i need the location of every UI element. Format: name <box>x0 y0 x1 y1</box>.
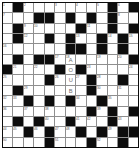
cell-r9-c8[interactable] <box>76 86 85 95</box>
cell-r2-c6[interactable] <box>55 13 64 22</box>
cell-r6-c1[interactable] <box>3 55 12 64</box>
cell-r13-c12-black <box>118 127 127 136</box>
cell-r2-c1[interactable]: 7 <box>3 13 12 22</box>
cell-r9-c9-black <box>87 86 96 95</box>
cell-r7-c5[interactable] <box>45 65 54 74</box>
clue-number: 37 <box>24 107 27 110</box>
cell-r9-c7[interactable]: B <box>66 86 75 95</box>
cell-r12-c13[interactable] <box>129 117 138 126</box>
cell-r6-c13-black <box>129 55 138 64</box>
cell-r6-c6[interactable]: 17 <box>55 55 64 64</box>
clue-number: 9 <box>24 24 26 27</box>
clue-number: 43 <box>118 117 121 120</box>
cell-r9-c3[interactable]: 29 <box>24 86 33 95</box>
cell-r12-c3[interactable] <box>24 117 33 126</box>
cell-r4-c11[interactable]: 14 <box>108 34 117 43</box>
cell-r7-c7[interactable]: O <box>66 65 75 74</box>
cell-r14-c11[interactable] <box>108 138 117 147</box>
cell-r6-c12[interactable]: 20 <box>118 55 127 64</box>
cell-r9-c13[interactable] <box>129 86 138 95</box>
cell-r14-c4[interactable] <box>34 138 43 147</box>
cell-r13-c3-black <box>24 127 33 136</box>
cell-r1-c10[interactable]: 5 <box>97 3 106 12</box>
cell-r13-c2[interactable]: 45 <box>13 127 22 136</box>
cell-r5-c5[interactable] <box>45 44 54 53</box>
cell-r1-c5[interactable] <box>45 3 54 12</box>
cell-r3-c5[interactable] <box>45 24 54 33</box>
cell-r8-c13[interactable] <box>129 75 138 84</box>
cell-r7-c13[interactable]: 24 <box>129 65 138 74</box>
cell-r9-c6[interactable] <box>55 86 64 95</box>
prefilled-letter: O <box>66 65 75 74</box>
cell-r2-c8[interactable] <box>76 13 85 22</box>
clue-number: 12 <box>24 34 27 37</box>
cell-r4-c13[interactable]: 15 <box>129 34 138 43</box>
clue-number: 24 <box>129 65 132 68</box>
prefilled-letter: U <box>66 76 75 85</box>
clue-number: 23 <box>87 65 90 68</box>
cell-r6-c8[interactable] <box>76 55 85 64</box>
cell-r5-c8-black <box>76 44 85 53</box>
clue-number: 5 <box>97 3 99 6</box>
cell-r4-c7-black <box>66 34 75 43</box>
cell-r13-c7[interactable]: 48 <box>66 127 75 136</box>
cell-r13-c1[interactable]: 44 <box>3 127 12 136</box>
clue-number: 28 <box>97 75 100 78</box>
cell-r12-c10[interactable] <box>97 117 106 126</box>
cell-r10-c8[interactable]: 34 <box>76 96 85 105</box>
cell-r1-c2-black <box>13 3 22 12</box>
cell-r10-c1[interactable]: 32 <box>3 96 12 105</box>
cell-r3-c10[interactable] <box>97 24 106 33</box>
clue-number: 48 <box>66 127 69 130</box>
cell-r5-c3[interactable] <box>24 44 33 53</box>
clue-number: 50 <box>3 138 6 141</box>
cell-r4-c9[interactable] <box>87 34 96 43</box>
clue-number: 13 <box>76 34 79 37</box>
cell-r11-c2[interactable] <box>13 107 22 116</box>
cell-r9-c11[interactable] <box>108 86 117 95</box>
cell-r13-c6[interactable]: 47 <box>55 127 64 136</box>
cell-r7-c12[interactable] <box>118 65 127 74</box>
cell-r5-c11[interactable] <box>108 44 117 53</box>
cell-r12-c5[interactable]: 40 <box>45 117 54 126</box>
clue-number: 49 <box>108 127 111 130</box>
cell-r10-c9[interactable] <box>87 96 96 105</box>
clue-number: 2 <box>24 3 26 6</box>
cell-r1-c3[interactable]: 2 <box>24 3 33 12</box>
clue-number: 52 <box>97 138 100 141</box>
cell-r11-c5[interactable]: 38 <box>45 107 54 116</box>
cell-r10-c7-black <box>66 96 75 105</box>
cell-r3-c1[interactable] <box>3 24 12 33</box>
cell-r4-c10-black <box>97 34 106 43</box>
cell-r10-c5-black <box>45 96 54 105</box>
clue-number: 15 <box>129 34 132 37</box>
clue-number: 31 <box>118 86 121 89</box>
clue-number: 26 <box>55 75 58 78</box>
cell-r10-c12[interactable] <box>118 96 127 105</box>
clue-number: 39 <box>97 107 100 110</box>
clue-number: 38 <box>45 107 48 110</box>
cell-r11-c3[interactable]: 37 <box>24 107 33 116</box>
cell-r1-c4[interactable] <box>34 3 43 12</box>
clue-number: 46 <box>34 127 37 130</box>
clue-number: 36 <box>3 107 6 110</box>
cell-r4-c12-black <box>118 34 127 43</box>
cell-r11-c1[interactable]: 36 <box>3 107 12 116</box>
cell-r14-c2[interactable] <box>13 138 22 147</box>
cell-r6-c5-black <box>45 55 54 64</box>
cell-r8-c6[interactable]: 26 <box>55 75 64 84</box>
cell-r7-c1-black <box>3 65 12 74</box>
cell-r4-c5-black <box>45 34 54 43</box>
cell-r1-c12[interactable]: 6 <box>118 3 127 12</box>
cell-r7-c3[interactable] <box>24 65 33 74</box>
cell-r7-c6-black <box>55 65 64 74</box>
cell-r11-c13-black <box>129 107 138 116</box>
cell-r7-c8-black <box>76 65 85 74</box>
cell-r3-c11-black <box>108 24 117 33</box>
cell-r12-c2-black <box>13 117 22 126</box>
cell-r5-c13[interactable] <box>129 44 138 53</box>
cell-r11-c4[interactable] <box>34 107 43 116</box>
cell-r8-c7[interactable]: U <box>66 75 75 84</box>
cell-r2-c11-black <box>108 13 117 22</box>
cell-r11-c12[interactable] <box>118 107 127 116</box>
cell-r8-c10[interactable]: 28 <box>97 75 106 84</box>
clue-number: 34 <box>76 96 79 99</box>
cell-r3-c13-black <box>129 24 138 33</box>
cell-r11-c6[interactable] <box>55 107 64 116</box>
cell-r9-c10[interactable]: 30 <box>97 86 106 95</box>
cell-r6-c4-black <box>34 55 43 64</box>
clue-number: 27 <box>76 75 79 78</box>
cell-r5-c4[interactable] <box>34 44 43 53</box>
cell-r6-c2-black <box>13 55 22 64</box>
cell-r3-c7[interactable] <box>66 24 75 33</box>
clue-number: 47 <box>55 127 58 130</box>
cell-r3-c9[interactable]: 11 <box>87 24 96 33</box>
cell-r2-c3[interactable] <box>24 13 33 22</box>
cell-r12-c9[interactable]: 42 <box>87 117 96 126</box>
cell-r2-c10[interactable] <box>97 13 106 22</box>
clue-number: 44 <box>3 127 6 130</box>
cell-r5-c10-black <box>97 44 106 53</box>
cell-r9-c1[interactable] <box>3 86 12 95</box>
cell-r14-c8[interactable] <box>76 138 85 147</box>
clue-number: 4 <box>76 3 78 6</box>
cell-r11-c7[interactable] <box>66 107 75 116</box>
clue-number: 21 <box>13 65 16 68</box>
cell-r4-c3[interactable]: 12 <box>24 34 33 43</box>
clue-number: 40 <box>45 117 48 120</box>
cell-r3-c6[interactable] <box>55 24 64 33</box>
cell-r9-c5[interactable] <box>45 86 54 95</box>
clue-number: 32 <box>3 96 6 99</box>
cell-r8-c12-black <box>118 75 127 84</box>
cell-r5-c12-black <box>118 44 127 53</box>
cell-r7-c4[interactable]: 22 <box>34 65 43 74</box>
cell-r14-c3[interactable] <box>24 138 33 147</box>
cell-r2-c12[interactable]: 8 <box>118 13 127 22</box>
cell-r6-c10[interactable]: 19 <box>97 55 106 64</box>
cell-r9-c4[interactable] <box>34 86 43 95</box>
cell-r14-c5-black <box>45 138 54 147</box>
cell-r10-c2[interactable]: 33 <box>13 96 22 105</box>
cell-r14-c9-black <box>87 138 96 147</box>
clue-number: 1 <box>3 3 5 6</box>
crossword-page: 123456789101112131415161718A19202122O232… <box>0 0 140 148</box>
cell-r12-c6[interactable] <box>55 117 64 126</box>
cell-r8-c11[interactable] <box>108 75 117 84</box>
cell-r3-c12[interactable] <box>118 24 127 33</box>
clue-number: 17 <box>55 55 58 58</box>
cell-r9-c12[interactable]: 31 <box>118 86 127 95</box>
cell-r2-c9-black <box>87 13 96 22</box>
cell-r9-c2-black <box>13 86 22 95</box>
cell-r12-c8[interactable]: 41 <box>76 117 85 126</box>
clue-number: 7 <box>3 13 5 16</box>
cell-r2-c13[interactable] <box>129 13 138 22</box>
cell-r3-c2-black <box>13 24 22 33</box>
clue-number: 10 <box>34 24 37 27</box>
cell-r5-c6[interactable] <box>55 44 64 53</box>
cell-r11-c9-black <box>87 107 96 116</box>
cell-r1-c6[interactable]: 3 <box>55 3 64 12</box>
clue-number: 14 <box>108 34 111 37</box>
cell-r8-c2[interactable] <box>13 75 22 84</box>
cell-r13-c13-black <box>129 127 138 136</box>
cell-r2-c7-black <box>66 13 75 22</box>
cell-r10-c4[interactable] <box>34 96 43 105</box>
clue-number: 16 <box>3 44 6 47</box>
cell-r12-c4-black <box>34 117 43 126</box>
cell-r4-c6[interactable] <box>55 34 64 43</box>
clue-number: 20 <box>118 55 121 58</box>
cell-r1-c13-black <box>129 3 138 12</box>
cell-r10-c3-black <box>24 96 33 105</box>
cell-r14-c1[interactable]: 50 <box>3 138 12 147</box>
cell-r7-c2[interactable]: 21 <box>13 65 22 74</box>
cell-r12-c11-black <box>108 117 117 126</box>
cell-r6-c11[interactable] <box>108 55 117 64</box>
cell-r13-c9[interactable] <box>87 127 96 136</box>
cell-r8-c3[interactable] <box>24 75 33 84</box>
cell-r2-c5-black <box>45 13 54 22</box>
cell-r8-c5-black <box>45 75 54 84</box>
clue-number: 25 <box>3 75 6 78</box>
clue-number: 29 <box>24 86 27 89</box>
cell-r3-c8-black <box>76 24 85 33</box>
cell-r10-c10-black <box>97 96 106 105</box>
prefilled-letter: B <box>66 86 75 95</box>
cell-r10-c6[interactable] <box>55 96 64 105</box>
cell-r4-c4[interactable] <box>34 34 43 43</box>
cell-r1-c1[interactable]: 1 <box>3 3 12 12</box>
cell-r8-c1[interactable]: 25 <box>3 75 12 84</box>
cell-r11-c10[interactable]: 39 <box>97 107 106 116</box>
cell-r3-c3[interactable]: 9 <box>24 24 33 33</box>
cell-r7-c10[interactable] <box>97 65 106 74</box>
cell-r12-c1[interactable] <box>3 117 12 126</box>
cell-r14-c7[interactable] <box>66 138 75 147</box>
cell-r1-c8[interactable]: 4 <box>76 3 85 12</box>
cell-r1-c9[interactable] <box>87 3 96 12</box>
clue-number: 51 <box>55 138 58 141</box>
crossword-grid: 123456789101112131415161718A19202122O232… <box>2 2 139 148</box>
cell-r13-c4[interactable]: 46 <box>34 127 43 136</box>
cell-r12-c7-black <box>66 117 75 126</box>
cell-r5-c9[interactable] <box>87 44 96 53</box>
cell-r6-c9[interactable] <box>87 55 96 64</box>
cell-r13-c8-black <box>76 127 85 136</box>
cell-r13-c11[interactable]: 49 <box>108 127 117 136</box>
cell-r3-c4[interactable]: 10 <box>34 24 43 33</box>
clue-number: 35 <box>108 96 111 99</box>
cell-r5-c1[interactable]: 16 <box>3 44 12 53</box>
cell-r4-c1[interactable] <box>3 34 12 43</box>
cell-r6-c7[interactable]: 18A <box>66 55 75 64</box>
cell-r5-c2[interactable] <box>13 44 22 53</box>
clue-number: 45 <box>13 127 16 130</box>
cell-r12-c12[interactable]: 43 <box>118 117 127 126</box>
cell-r7-c11[interactable] <box>108 65 117 74</box>
cell-r1-c11-black <box>108 3 117 12</box>
clue-number: 19 <box>97 55 100 58</box>
cell-r14-c10[interactable]: 52 <box>97 138 106 147</box>
clue-number: 22 <box>34 65 37 68</box>
cell-r13-c5-black <box>45 127 54 136</box>
cell-r8-c8[interactable]: 27 <box>76 75 85 84</box>
clue-number: 33 <box>13 96 16 99</box>
prefilled-letter: A <box>66 55 75 64</box>
clue-number: 3 <box>55 3 57 6</box>
clue-number: 41 <box>76 117 79 120</box>
cell-r1-c7[interactable] <box>66 3 75 12</box>
cell-r14-c6[interactable]: 51 <box>55 138 64 147</box>
cell-r2-c2[interactable] <box>13 13 22 22</box>
cell-r5-c7-black <box>66 44 75 53</box>
cell-r13-c10-black <box>97 127 106 136</box>
clue-number: 11 <box>87 24 90 27</box>
cell-r7-c9[interactable]: 23 <box>87 65 96 74</box>
clue-number: 8 <box>118 13 120 16</box>
cell-r11-c11-black <box>108 107 117 116</box>
clue-number: 42 <box>87 117 90 120</box>
clue-number: 30 <box>97 86 100 89</box>
cell-r2-c4-black <box>34 13 43 22</box>
cell-r10-c11[interactable]: 35 <box>108 96 117 105</box>
cell-r14-c13[interactable] <box>129 138 138 147</box>
cell-r14-c12-black <box>118 138 127 147</box>
clue-number: 6 <box>118 3 120 6</box>
cell-r4-c2-black <box>13 34 22 43</box>
cell-r11-c8[interactable] <box>76 107 85 116</box>
cell-r8-c9-black <box>87 75 96 84</box>
cell-r8-c4[interactable] <box>34 75 43 84</box>
cell-r10-c13[interactable] <box>129 96 138 105</box>
cell-r6-c3[interactable] <box>24 55 33 64</box>
cell-r4-c8[interactable]: 13 <box>76 34 85 43</box>
